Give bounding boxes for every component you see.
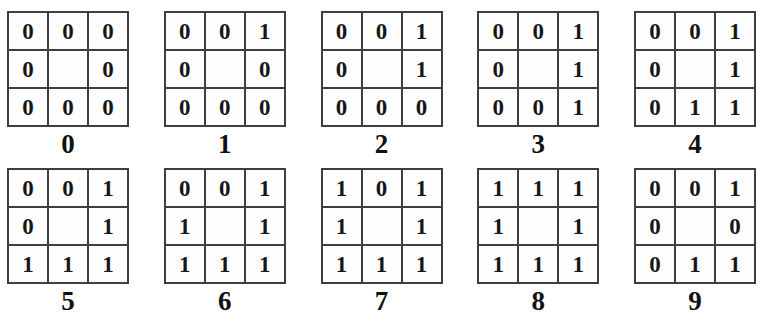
empty-cell (676, 208, 714, 244)
pattern-card-3: 001010013 (477, 11, 599, 158)
card-label: 4 (688, 130, 702, 158)
card-row-top: 0000000000010000010010100020010100130010… (7, 11, 756, 158)
grid-cell: 0 (89, 13, 127, 49)
grid-cell: 0 (519, 89, 557, 125)
grid-cell: 1 (246, 13, 284, 49)
grid-cell: 1 (403, 51, 441, 87)
pattern-card-4: 001010114 (634, 11, 756, 158)
pattern-card-board: 0000000000010000010010100020010100130010… (0, 0, 768, 328)
grid-cell: 0 (9, 170, 47, 206)
grid-cell: 0 (636, 246, 674, 282)
grid-cell: 0 (166, 51, 204, 87)
card-label: 1 (218, 130, 232, 158)
grid-cell: 1 (403, 208, 441, 244)
grid-cell: 0 (246, 89, 284, 125)
grid-cell: 1 (479, 246, 517, 282)
grid-cell: 1 (246, 208, 284, 244)
grid-cell: 0 (676, 170, 714, 206)
grid-cell: 0 (676, 13, 714, 49)
card-label: 2 (375, 130, 389, 158)
grid-cell: 1 (676, 246, 714, 282)
pattern-card-8: 111111118 (477, 168, 599, 315)
grid-cell: 1 (403, 13, 441, 49)
grid-cell: 0 (636, 89, 674, 125)
grid-cell: 1 (166, 208, 204, 244)
grid-cell: 0 (479, 89, 517, 125)
grid-cell: 0 (206, 89, 244, 125)
grid-cell: 1 (363, 246, 401, 282)
card-grid-7: 10111111 (321, 168, 443, 284)
grid-cell: 0 (9, 208, 47, 244)
grid-cell: 0 (363, 89, 401, 125)
grid-cell: 1 (403, 246, 441, 282)
card-label: 9 (688, 287, 702, 315)
grid-cell: 1 (323, 246, 361, 282)
empty-cell (206, 51, 244, 87)
pattern-card-7: 101111117 (321, 168, 443, 315)
grid-cell: 1 (559, 51, 597, 87)
card-grid-6: 00111111 (164, 168, 286, 284)
grid-cell: 1 (323, 208, 361, 244)
grid-cell: 1 (49, 246, 87, 282)
grid-cell: 1 (89, 208, 127, 244)
grid-cell: 0 (246, 51, 284, 87)
grid-cell: 0 (206, 13, 244, 49)
empty-cell (206, 208, 244, 244)
grid-cell: 1 (519, 246, 557, 282)
grid-cell: 0 (166, 13, 204, 49)
card-label: 0 (61, 130, 75, 158)
empty-cell (676, 51, 714, 87)
card-label: 6 (218, 287, 232, 315)
grid-cell: 1 (9, 246, 47, 282)
grid-cell: 1 (519, 170, 557, 206)
card-grid-1: 00100000 (164, 11, 286, 127)
grid-cell: 1 (559, 13, 597, 49)
grid-cell: 0 (403, 89, 441, 125)
grid-cell: 1 (323, 170, 361, 206)
empty-cell (49, 51, 87, 87)
card-grid-4: 00101011 (634, 11, 756, 127)
grid-cell: 0 (49, 170, 87, 206)
grid-cell: 1 (716, 13, 754, 49)
card-label: 8 (532, 287, 546, 315)
grid-cell: 0 (49, 13, 87, 49)
pattern-card-2: 001010002 (321, 11, 443, 158)
grid-cell: 1 (559, 208, 597, 244)
empty-cell (519, 208, 557, 244)
grid-cell: 0 (479, 51, 517, 87)
card-grid-8: 11111111 (477, 168, 599, 284)
grid-cell: 0 (49, 89, 87, 125)
grid-cell: 0 (479, 13, 517, 49)
empty-cell (363, 208, 401, 244)
grid-cell: 1 (206, 246, 244, 282)
grid-cell: 0 (166, 170, 204, 206)
pattern-card-9: 001000119 (634, 168, 756, 315)
grid-cell: 0 (519, 13, 557, 49)
grid-cell: 1 (403, 170, 441, 206)
card-row-bottom: 0010111150011111161011111171111111180010… (7, 168, 756, 315)
grid-cell: 1 (716, 170, 754, 206)
grid-cell: 0 (363, 13, 401, 49)
grid-cell: 1 (246, 246, 284, 282)
grid-cell: 0 (323, 13, 361, 49)
pattern-card-6: 001111116 (164, 168, 286, 315)
grid-cell: 1 (716, 89, 754, 125)
empty-cell (519, 51, 557, 87)
grid-cell: 0 (89, 51, 127, 87)
grid-cell: 1 (716, 51, 754, 87)
grid-cell: 1 (559, 170, 597, 206)
card-grid-9: 00100011 (634, 168, 756, 284)
grid-cell: 0 (636, 208, 674, 244)
empty-cell (363, 51, 401, 87)
grid-cell: 0 (363, 170, 401, 206)
grid-cell: 1 (559, 246, 597, 282)
card-label: 7 (375, 287, 389, 315)
card-grid-5: 00101111 (7, 168, 129, 284)
pattern-card-0: 000000000 (7, 11, 129, 158)
card-label: 3 (532, 130, 546, 158)
grid-cell: 1 (716, 246, 754, 282)
grid-cell: 0 (9, 89, 47, 125)
pattern-card-1: 001000001 (164, 11, 286, 158)
card-grid-2: 00101000 (321, 11, 443, 127)
grid-cell: 0 (716, 208, 754, 244)
grid-cell: 1 (89, 170, 127, 206)
grid-cell: 1 (166, 246, 204, 282)
grid-cell: 0 (9, 13, 47, 49)
grid-cell: 1 (676, 89, 714, 125)
grid-cell: 1 (89, 246, 127, 282)
grid-cell: 0 (636, 170, 674, 206)
grid-cell: 0 (206, 170, 244, 206)
grid-cell: 0 (9, 51, 47, 87)
card-label: 5 (61, 287, 75, 315)
card-grid-0: 00000000 (7, 11, 129, 127)
grid-cell: 0 (323, 89, 361, 125)
empty-cell (49, 208, 87, 244)
grid-cell: 0 (323, 51, 361, 87)
grid-cell: 1 (479, 170, 517, 206)
grid-cell: 0 (89, 89, 127, 125)
grid-cell: 1 (479, 208, 517, 244)
grid-cell: 1 (246, 170, 284, 206)
grid-cell: 0 (636, 13, 674, 49)
pattern-card-5: 001011115 (7, 168, 129, 315)
grid-cell: 0 (166, 89, 204, 125)
grid-cell: 0 (636, 51, 674, 87)
grid-cell: 1 (559, 89, 597, 125)
card-grid-3: 00101001 (477, 11, 599, 127)
